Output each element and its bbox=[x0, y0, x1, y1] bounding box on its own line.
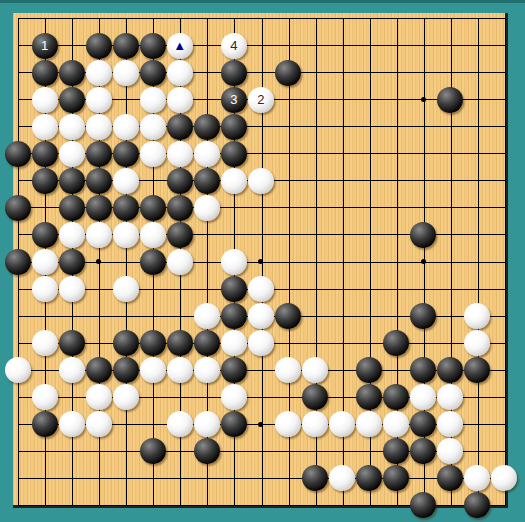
intersection-13-7[interactable] bbox=[329, 167, 356, 194]
intersection-2-5[interactable] bbox=[31, 113, 58, 140]
intersection-5-9[interactable] bbox=[112, 221, 139, 248]
intersection-4-8[interactable] bbox=[85, 194, 112, 221]
intersection-18-13[interactable] bbox=[464, 330, 491, 357]
intersection-16-3[interactable] bbox=[410, 59, 437, 86]
intersection-15-15[interactable] bbox=[383, 384, 410, 411]
intersection-12-10[interactable] bbox=[302, 248, 329, 275]
intersection-19-16[interactable] bbox=[491, 411, 518, 438]
intersection-6-3[interactable] bbox=[139, 59, 166, 86]
intersection-12-9[interactable] bbox=[302, 221, 329, 248]
intersection-7-6[interactable] bbox=[166, 140, 193, 167]
intersection-14-4[interactable] bbox=[356, 86, 383, 113]
intersection-19-17[interactable] bbox=[491, 438, 518, 465]
intersection-10-1[interactable] bbox=[247, 5, 274, 32]
intersection-7-1[interactable] bbox=[166, 5, 193, 32]
intersection-13-11[interactable] bbox=[329, 275, 356, 302]
intersection-19-18[interactable] bbox=[491, 465, 518, 492]
intersection-4-3[interactable] bbox=[85, 59, 112, 86]
intersection-14-14[interactable] bbox=[356, 357, 383, 384]
intersection-7-10[interactable] bbox=[166, 248, 193, 275]
intersection-8-18[interactable] bbox=[193, 465, 220, 492]
intersection-17-14[interactable] bbox=[437, 357, 464, 384]
intersection-5-8[interactable] bbox=[112, 194, 139, 221]
intersection-1-17[interactable] bbox=[4, 438, 31, 465]
intersection-19-3[interactable] bbox=[491, 59, 518, 86]
intersection-17-19[interactable] bbox=[437, 492, 464, 519]
intersection-5-15[interactable] bbox=[112, 384, 139, 411]
intersection-19-19[interactable] bbox=[491, 492, 518, 519]
intersection-3-17[interactable] bbox=[58, 438, 85, 465]
intersection-10-16[interactable] bbox=[247, 411, 274, 438]
intersection-7-15[interactable] bbox=[166, 384, 193, 411]
intersection-7-12[interactable] bbox=[166, 303, 193, 330]
intersection-2-13[interactable] bbox=[31, 330, 58, 357]
intersection-2-10[interactable] bbox=[31, 248, 58, 275]
intersection-11-16[interactable] bbox=[274, 411, 301, 438]
intersection-13-8[interactable] bbox=[329, 194, 356, 221]
intersection-16-16[interactable] bbox=[410, 411, 437, 438]
intersection-18-15[interactable] bbox=[464, 384, 491, 411]
intersection-17-5[interactable] bbox=[437, 113, 464, 140]
intersection-18-19[interactable] bbox=[464, 492, 491, 519]
intersection-13-5[interactable] bbox=[329, 113, 356, 140]
intersection-9-1[interactable] bbox=[220, 5, 247, 32]
intersection-6-13[interactable] bbox=[139, 330, 166, 357]
intersection-15-2[interactable] bbox=[383, 32, 410, 59]
intersection-14-15[interactable] bbox=[356, 384, 383, 411]
intersection-10-3[interactable] bbox=[247, 59, 274, 86]
intersection-11-13[interactable] bbox=[274, 330, 301, 357]
intersection-15-19[interactable] bbox=[383, 492, 410, 519]
intersection-10-7[interactable] bbox=[247, 167, 274, 194]
intersection-5-16[interactable] bbox=[112, 411, 139, 438]
intersection-14-3[interactable] bbox=[356, 59, 383, 86]
intersection-7-9[interactable] bbox=[166, 221, 193, 248]
intersection-5-17[interactable] bbox=[112, 438, 139, 465]
intersection-5-4[interactable] bbox=[112, 86, 139, 113]
intersection-2-19[interactable] bbox=[31, 492, 58, 519]
intersection-6-8[interactable] bbox=[139, 194, 166, 221]
intersection-17-10[interactable] bbox=[437, 248, 464, 275]
intersection-9-16[interactable] bbox=[220, 411, 247, 438]
intersection-11-2[interactable] bbox=[274, 32, 301, 59]
intersection-16-2[interactable] bbox=[410, 32, 437, 59]
intersection-18-11[interactable] bbox=[464, 275, 491, 302]
intersection-15-11[interactable] bbox=[383, 275, 410, 302]
intersection-17-8[interactable] bbox=[437, 194, 464, 221]
intersection-18-9[interactable] bbox=[464, 221, 491, 248]
intersection-18-14[interactable] bbox=[464, 357, 491, 384]
intersection-7-14[interactable] bbox=[166, 357, 193, 384]
intersection-6-17[interactable] bbox=[139, 438, 166, 465]
intersection-5-7[interactable] bbox=[112, 167, 139, 194]
intersection-2-1[interactable] bbox=[31, 5, 58, 32]
intersection-16-4[interactable] bbox=[410, 86, 437, 113]
intersection-8-9[interactable] bbox=[193, 221, 220, 248]
intersection-17-3[interactable] bbox=[437, 59, 464, 86]
intersection-11-19[interactable] bbox=[274, 492, 301, 519]
intersection-15-17[interactable] bbox=[383, 438, 410, 465]
intersection-18-6[interactable] bbox=[464, 140, 491, 167]
intersection-2-16[interactable] bbox=[31, 411, 58, 438]
intersection-9-15[interactable] bbox=[220, 384, 247, 411]
intersection-3-4[interactable] bbox=[58, 86, 85, 113]
intersection-6-1[interactable] bbox=[139, 5, 166, 32]
intersection-15-10[interactable] bbox=[383, 248, 410, 275]
intersection-16-8[interactable] bbox=[410, 194, 437, 221]
intersection-2-14[interactable] bbox=[31, 357, 58, 384]
intersection-3-9[interactable] bbox=[58, 221, 85, 248]
intersection-7-17[interactable] bbox=[166, 438, 193, 465]
intersection-3-2[interactable] bbox=[58, 32, 85, 59]
intersection-16-19[interactable] bbox=[410, 492, 437, 519]
intersection-17-13[interactable] bbox=[437, 330, 464, 357]
intersection-10-11[interactable] bbox=[247, 275, 274, 302]
intersection-12-14[interactable] bbox=[302, 357, 329, 384]
intersection-10-17[interactable] bbox=[247, 438, 274, 465]
intersection-13-12[interactable] bbox=[329, 303, 356, 330]
intersection-3-7[interactable] bbox=[58, 167, 85, 194]
intersection-4-5[interactable] bbox=[85, 113, 112, 140]
intersection-11-15[interactable] bbox=[274, 384, 301, 411]
intersection-10-19[interactable] bbox=[247, 492, 274, 519]
intersection-19-4[interactable] bbox=[491, 86, 518, 113]
intersection-17-11[interactable] bbox=[437, 275, 464, 302]
intersection-3-16[interactable] bbox=[58, 411, 85, 438]
intersection-13-1[interactable] bbox=[329, 5, 356, 32]
intersection-14-12[interactable] bbox=[356, 303, 383, 330]
intersection-19-1[interactable] bbox=[491, 5, 518, 32]
intersection-5-18[interactable] bbox=[112, 465, 139, 492]
intersection-2-7[interactable] bbox=[31, 167, 58, 194]
intersection-3-18[interactable] bbox=[58, 465, 85, 492]
intersection-1-7[interactable] bbox=[4, 167, 31, 194]
intersection-7-2[interactable]: ▲ bbox=[166, 32, 193, 59]
intersection-10-12[interactable] bbox=[247, 303, 274, 330]
intersection-5-10[interactable] bbox=[112, 248, 139, 275]
intersection-12-3[interactable] bbox=[302, 59, 329, 86]
intersection-4-9[interactable] bbox=[85, 221, 112, 248]
intersection-12-13[interactable] bbox=[302, 330, 329, 357]
intersection-15-3[interactable] bbox=[383, 59, 410, 86]
intersection-12-11[interactable] bbox=[302, 275, 329, 302]
intersection-7-11[interactable] bbox=[166, 275, 193, 302]
intersection-4-2[interactable] bbox=[85, 32, 112, 59]
intersection-1-13[interactable] bbox=[4, 330, 31, 357]
intersection-5-12[interactable] bbox=[112, 303, 139, 330]
intersection-9-11[interactable] bbox=[220, 275, 247, 302]
intersection-16-9[interactable] bbox=[410, 221, 437, 248]
intersection-18-7[interactable] bbox=[464, 167, 491, 194]
intersection-13-13[interactable] bbox=[329, 330, 356, 357]
intersection-3-6[interactable] bbox=[58, 140, 85, 167]
intersection-1-5[interactable] bbox=[4, 113, 31, 140]
intersection-10-15[interactable] bbox=[247, 384, 274, 411]
intersection-2-6[interactable] bbox=[31, 140, 58, 167]
intersection-5-2[interactable] bbox=[112, 32, 139, 59]
intersection-19-6[interactable] bbox=[491, 140, 518, 167]
intersection-8-2[interactable] bbox=[193, 32, 220, 59]
intersection-2-3[interactable] bbox=[31, 59, 58, 86]
intersection-3-13[interactable] bbox=[58, 330, 85, 357]
intersection-17-9[interactable] bbox=[437, 221, 464, 248]
intersection-15-13[interactable] bbox=[383, 330, 410, 357]
intersection-8-4[interactable] bbox=[193, 86, 220, 113]
intersection-3-14[interactable] bbox=[58, 357, 85, 384]
intersection-13-10[interactable] bbox=[329, 248, 356, 275]
intersection-14-10[interactable] bbox=[356, 248, 383, 275]
intersection-2-9[interactable] bbox=[31, 221, 58, 248]
intersection-5-19[interactable] bbox=[112, 492, 139, 519]
intersection-17-1[interactable] bbox=[437, 5, 464, 32]
intersection-18-17[interactable] bbox=[464, 438, 491, 465]
intersection-14-17[interactable] bbox=[356, 438, 383, 465]
intersection-9-17[interactable] bbox=[220, 438, 247, 465]
intersection-18-10[interactable] bbox=[464, 248, 491, 275]
intersection-11-10[interactable] bbox=[274, 248, 301, 275]
intersection-14-11[interactable] bbox=[356, 275, 383, 302]
intersection-11-12[interactable] bbox=[274, 303, 301, 330]
intersection-4-6[interactable] bbox=[85, 140, 112, 167]
intersection-15-12[interactable] bbox=[383, 303, 410, 330]
intersection-12-6[interactable] bbox=[302, 140, 329, 167]
intersection-1-2[interactable] bbox=[4, 32, 31, 59]
intersection-15-1[interactable] bbox=[383, 5, 410, 32]
intersection-4-16[interactable] bbox=[85, 411, 112, 438]
intersection-5-14[interactable] bbox=[112, 357, 139, 384]
intersection-4-4[interactable] bbox=[85, 86, 112, 113]
intersection-9-10[interactable] bbox=[220, 248, 247, 275]
intersection-12-1[interactable] bbox=[302, 5, 329, 32]
intersection-18-5[interactable] bbox=[464, 113, 491, 140]
intersection-15-18[interactable] bbox=[383, 465, 410, 492]
intersection-11-4[interactable] bbox=[274, 86, 301, 113]
intersection-14-8[interactable] bbox=[356, 194, 383, 221]
intersection-2-8[interactable] bbox=[31, 194, 58, 221]
intersection-4-10[interactable] bbox=[85, 248, 112, 275]
intersection-15-7[interactable] bbox=[383, 167, 410, 194]
intersection-3-1[interactable] bbox=[58, 5, 85, 32]
intersection-5-1[interactable] bbox=[112, 5, 139, 32]
intersection-13-2[interactable] bbox=[329, 32, 356, 59]
intersection-7-13[interactable] bbox=[166, 330, 193, 357]
intersection-18-18[interactable] bbox=[464, 465, 491, 492]
intersection-5-3[interactable] bbox=[112, 59, 139, 86]
intersection-16-15[interactable] bbox=[410, 384, 437, 411]
intersection-9-6[interactable] bbox=[220, 140, 247, 167]
intersection-5-11[interactable] bbox=[112, 275, 139, 302]
intersection-15-4[interactable] bbox=[383, 86, 410, 113]
intersection-7-18[interactable] bbox=[166, 465, 193, 492]
intersection-10-5[interactable] bbox=[247, 113, 274, 140]
intersection-3-5[interactable] bbox=[58, 113, 85, 140]
intersection-18-12[interactable] bbox=[464, 303, 491, 330]
intersection-4-11[interactable] bbox=[85, 275, 112, 302]
intersection-16-11[interactable] bbox=[410, 275, 437, 302]
intersection-6-7[interactable] bbox=[139, 167, 166, 194]
intersection-16-12[interactable] bbox=[410, 303, 437, 330]
intersection-9-13[interactable] bbox=[220, 330, 247, 357]
intersection-19-11[interactable] bbox=[491, 275, 518, 302]
intersection-18-2[interactable] bbox=[464, 32, 491, 59]
intersection-12-15[interactable] bbox=[302, 384, 329, 411]
intersection-13-14[interactable] bbox=[329, 357, 356, 384]
intersection-10-9[interactable] bbox=[247, 221, 274, 248]
intersection-18-16[interactable] bbox=[464, 411, 491, 438]
intersection-19-2[interactable] bbox=[491, 32, 518, 59]
intersection-13-18[interactable] bbox=[329, 465, 356, 492]
intersection-19-12[interactable] bbox=[491, 303, 518, 330]
intersection-12-19[interactable] bbox=[302, 492, 329, 519]
intersection-7-4[interactable] bbox=[166, 86, 193, 113]
intersection-13-19[interactable] bbox=[329, 492, 356, 519]
intersection-14-19[interactable] bbox=[356, 492, 383, 519]
intersection-1-6[interactable] bbox=[4, 140, 31, 167]
intersection-1-1[interactable] bbox=[4, 5, 31, 32]
intersection-8-19[interactable] bbox=[193, 492, 220, 519]
intersection-16-7[interactable] bbox=[410, 167, 437, 194]
intersection-15-14[interactable] bbox=[383, 357, 410, 384]
intersection-11-8[interactable] bbox=[274, 194, 301, 221]
intersection-16-13[interactable] bbox=[410, 330, 437, 357]
intersection-8-8[interactable] bbox=[193, 194, 220, 221]
intersection-16-10[interactable] bbox=[410, 248, 437, 275]
intersection-13-15[interactable] bbox=[329, 384, 356, 411]
intersection-7-5[interactable] bbox=[166, 113, 193, 140]
intersection-9-18[interactable] bbox=[220, 465, 247, 492]
intersection-10-14[interactable] bbox=[247, 357, 274, 384]
intersection-17-18[interactable] bbox=[437, 465, 464, 492]
intersection-7-8[interactable] bbox=[166, 194, 193, 221]
intersection-8-14[interactable] bbox=[193, 357, 220, 384]
intersection-19-15[interactable] bbox=[491, 384, 518, 411]
intersection-8-15[interactable] bbox=[193, 384, 220, 411]
intersection-9-3[interactable] bbox=[220, 59, 247, 86]
intersection-14-18[interactable] bbox=[356, 465, 383, 492]
intersection-9-7[interactable] bbox=[220, 167, 247, 194]
intersection-4-18[interactable] bbox=[85, 465, 112, 492]
intersection-14-16[interactable] bbox=[356, 411, 383, 438]
intersection-11-3[interactable] bbox=[274, 59, 301, 86]
intersection-18-3[interactable] bbox=[464, 59, 491, 86]
intersection-12-2[interactable] bbox=[302, 32, 329, 59]
intersection-8-17[interactable] bbox=[193, 438, 220, 465]
intersection-8-1[interactable] bbox=[193, 5, 220, 32]
intersection-3-10[interactable] bbox=[58, 248, 85, 275]
intersection-8-12[interactable] bbox=[193, 303, 220, 330]
intersection-4-15[interactable] bbox=[85, 384, 112, 411]
intersection-6-11[interactable] bbox=[139, 275, 166, 302]
intersection-2-17[interactable] bbox=[31, 438, 58, 465]
intersection-12-12[interactable] bbox=[302, 303, 329, 330]
intersection-14-1[interactable] bbox=[356, 5, 383, 32]
intersection-17-2[interactable] bbox=[437, 32, 464, 59]
intersection-13-17[interactable] bbox=[329, 438, 356, 465]
intersection-7-19[interactable] bbox=[166, 492, 193, 519]
intersection-3-3[interactable] bbox=[58, 59, 85, 86]
intersection-13-3[interactable] bbox=[329, 59, 356, 86]
intersection-15-6[interactable] bbox=[383, 140, 410, 167]
intersection-3-12[interactable] bbox=[58, 303, 85, 330]
intersection-11-11[interactable] bbox=[274, 275, 301, 302]
intersection-6-9[interactable] bbox=[139, 221, 166, 248]
intersection-5-5[interactable] bbox=[112, 113, 139, 140]
intersection-9-4[interactable]: 3 bbox=[220, 86, 247, 113]
intersection-3-19[interactable] bbox=[58, 492, 85, 519]
intersection-8-10[interactable] bbox=[193, 248, 220, 275]
intersection-8-3[interactable] bbox=[193, 59, 220, 86]
intersection-11-7[interactable] bbox=[274, 167, 301, 194]
intersection-9-9[interactable] bbox=[220, 221, 247, 248]
intersection-1-15[interactable] bbox=[4, 384, 31, 411]
intersection-1-14[interactable] bbox=[4, 357, 31, 384]
intersection-17-4[interactable] bbox=[437, 86, 464, 113]
intersection-11-14[interactable] bbox=[274, 357, 301, 384]
intersection-1-11[interactable] bbox=[4, 275, 31, 302]
intersection-9-5[interactable] bbox=[220, 113, 247, 140]
intersection-12-5[interactable] bbox=[302, 113, 329, 140]
intersection-6-5[interactable] bbox=[139, 113, 166, 140]
intersection-4-7[interactable] bbox=[85, 167, 112, 194]
intersection-15-9[interactable] bbox=[383, 221, 410, 248]
intersection-4-14[interactable] bbox=[85, 357, 112, 384]
intersection-12-8[interactable] bbox=[302, 194, 329, 221]
intersection-16-17[interactable] bbox=[410, 438, 437, 465]
intersection-1-3[interactable] bbox=[4, 59, 31, 86]
intersection-2-4[interactable] bbox=[31, 86, 58, 113]
intersection-6-4[interactable] bbox=[139, 86, 166, 113]
intersection-14-2[interactable] bbox=[356, 32, 383, 59]
intersection-11-18[interactable] bbox=[274, 465, 301, 492]
intersection-1-4[interactable] bbox=[4, 86, 31, 113]
intersection-19-8[interactable] bbox=[491, 194, 518, 221]
intersection-7-7[interactable] bbox=[166, 167, 193, 194]
intersection-9-12[interactable] bbox=[220, 303, 247, 330]
intersection-1-19[interactable] bbox=[4, 492, 31, 519]
intersection-10-13[interactable] bbox=[247, 330, 274, 357]
intersection-5-6[interactable] bbox=[112, 140, 139, 167]
intersection-9-19[interactable] bbox=[220, 492, 247, 519]
intersection-14-6[interactable] bbox=[356, 140, 383, 167]
intersection-12-16[interactable] bbox=[302, 411, 329, 438]
intersection-10-2[interactable] bbox=[247, 32, 274, 59]
intersection-13-16[interactable] bbox=[329, 411, 356, 438]
intersection-13-4[interactable] bbox=[329, 86, 356, 113]
intersection-16-5[interactable] bbox=[410, 113, 437, 140]
intersection-1-12[interactable] bbox=[4, 303, 31, 330]
intersection-8-5[interactable] bbox=[193, 113, 220, 140]
intersection-9-14[interactable] bbox=[220, 357, 247, 384]
intersection-1-8[interactable] bbox=[4, 194, 31, 221]
intersection-15-8[interactable] bbox=[383, 194, 410, 221]
intersection-6-18[interactable] bbox=[139, 465, 166, 492]
intersection-10-18[interactable] bbox=[247, 465, 274, 492]
intersection-17-7[interactable] bbox=[437, 167, 464, 194]
intersection-2-2[interactable]: 1 bbox=[31, 32, 58, 59]
intersection-14-9[interactable] bbox=[356, 221, 383, 248]
intersection-1-9[interactable] bbox=[4, 221, 31, 248]
intersection-11-1[interactable] bbox=[274, 5, 301, 32]
intersection-7-16[interactable] bbox=[166, 411, 193, 438]
intersection-17-16[interactable] bbox=[437, 411, 464, 438]
intersection-2-12[interactable] bbox=[31, 303, 58, 330]
intersection-8-13[interactable] bbox=[193, 330, 220, 357]
intersection-3-11[interactable] bbox=[58, 275, 85, 302]
intersection-8-7[interactable] bbox=[193, 167, 220, 194]
intersection-19-13[interactable] bbox=[491, 330, 518, 357]
intersection-6-6[interactable] bbox=[139, 140, 166, 167]
intersection-17-15[interactable] bbox=[437, 384, 464, 411]
